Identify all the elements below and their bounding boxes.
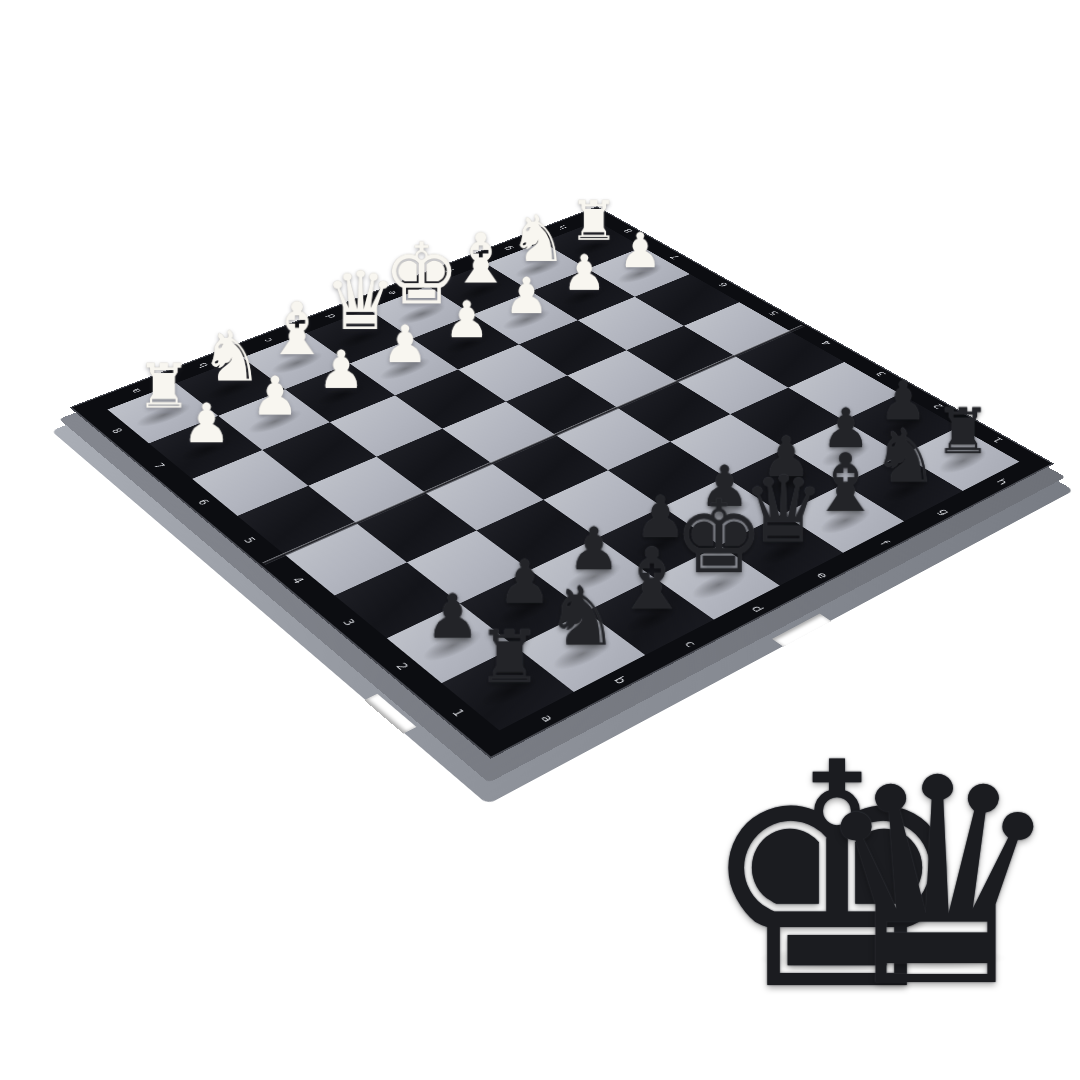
rank-label-4: 4 [287, 574, 308, 587]
rank-label-far-4: 4 [817, 338, 836, 347]
file-label-h: h [991, 476, 1012, 487]
file-label-g: g [933, 506, 954, 518]
file-label-a: a [535, 711, 558, 726]
file-label-e: e [811, 569, 833, 582]
piece-glyph: ♜ [439, 622, 579, 694]
chess-board: aabbccddeeffgghh1122334455667788 ♜♞♝♛♚♝♞… [69, 206, 1054, 759]
rank-label-1: 1 [446, 705, 469, 720]
rank-label-7: 7 [149, 460, 169, 471]
piece-glyph: ♟ [146, 397, 267, 451]
file-label-d: d [746, 603, 768, 616]
rank-label-5: 5 [239, 534, 260, 546]
rank-label-2: 2 [391, 659, 413, 673]
rank-label-far-6: 6 [714, 280, 732, 289]
rank-label-3: 3 [338, 615, 360, 628]
file-label-c: c [678, 637, 700, 651]
rank-label-far-5: 5 [764, 308, 782, 317]
rank-label-6: 6 [193, 496, 213, 508]
rank-label-8: 8 [107, 425, 126, 436]
file-label-b: b [608, 673, 631, 687]
file-label-f: f [873, 537, 894, 549]
display-black-queen: ♛ [802, 741, 1072, 1026]
